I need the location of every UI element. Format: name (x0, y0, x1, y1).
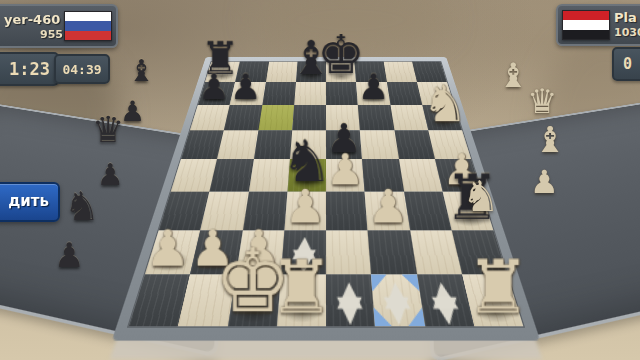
square-a5[interactable] (181, 130, 224, 159)
white-pawn-a2[interactable]: ♟ (146, 223, 191, 273)
square-c7[interactable] (262, 82, 296, 105)
white-pawn-e4[interactable]: ♟ (326, 148, 364, 191)
clock-right: 0 (612, 47, 640, 81)
white-pawn-f3[interactable]: ♟ (368, 183, 409, 229)
square-d3[interactable]: ♟ (284, 192, 326, 230)
square-d6[interactable] (292, 105, 326, 130)
square-e4[interactable]: ♟ (326, 159, 365, 192)
captured-white-knight: ♞ (462, 176, 500, 218)
captured-white-queen: ♛ (527, 84, 557, 118)
captured-black-knight: ♞ (64, 186, 100, 226)
white-rook-h1[interactable]: ♜ (465, 251, 531, 324)
square-d1[interactable]: ♜ (277, 274, 326, 326)
white-rook-d1[interactable]: ♜ (269, 251, 335, 324)
square-b7[interactable]: ♟ (230, 82, 266, 105)
clock-left-move: 04:39 (54, 54, 110, 84)
square-e3[interactable] (326, 192, 368, 230)
square-b6[interactable] (224, 105, 262, 130)
flag-yemen-icon (562, 10, 610, 40)
player-panel-left: yer-460 955 (0, 4, 118, 48)
captured-black-pawn: ♟ (54, 238, 84, 272)
player-name-right: Pla (614, 10, 637, 25)
captured-black-pawn: ♟ (97, 160, 124, 190)
square-d7[interactable] (294, 82, 326, 105)
black-pawn-a7[interactable]: ♟ (198, 69, 230, 104)
move-hint-star-icon[interactable] (334, 282, 367, 317)
player-panel-right: Pla 1030 (556, 4, 640, 46)
player-name-left: yer-460 (4, 12, 60, 27)
square-b5[interactable] (217, 130, 258, 159)
captured-white-bishop: ♝ (534, 122, 566, 158)
square-f1[interactable] (371, 274, 424, 326)
black-pawn-b7[interactable]: ♟ (230, 69, 262, 104)
captured-black-queen: ♛ (92, 112, 124, 148)
captured-white-pawn: ♟ (530, 166, 559, 198)
square-f3[interactable]: ♟ (365, 192, 410, 230)
square-e8[interactable]: ♚ (326, 62, 356, 82)
square-f5[interactable] (360, 130, 399, 159)
square-f6[interactable] (358, 105, 394, 130)
black-pawn-f7[interactable]: ♟ (358, 69, 390, 104)
flag-russia-icon (64, 11, 112, 41)
move-hint-star-icon[interactable] (426, 282, 464, 317)
captured-black-bishop: ♝ (128, 56, 155, 86)
hover-square-corners (371, 274, 424, 326)
square-h6[interactable]: ♞ (422, 105, 462, 130)
square-e7[interactable] (326, 82, 358, 105)
square-h1[interactable]: ♜ (462, 274, 524, 326)
captured-white-bishop: ♝ (498, 58, 528, 92)
player-rating-left: 955 (40, 28, 63, 41)
square-b4[interactable] (210, 159, 254, 192)
player-rating-right: 1030 (614, 26, 640, 39)
white-knight-h6[interactable]: ♞ (422, 79, 467, 130)
white-pawn-d3[interactable]: ♟ (285, 183, 326, 229)
square-f7[interactable]: ♟ (356, 82, 390, 105)
game-screen: ♝♟♛♟♞♟♝♛♝♟♞ ♜♝♚♟♟♟♞♟♞♟♟♟♟♜♟♟♟♚♜♜ yer-460… (0, 0, 640, 360)
square-f2[interactable] (368, 230, 417, 274)
square-g5[interactable] (394, 130, 435, 159)
action-button-label: дить (8, 192, 49, 210)
action-button[interactable]: дить (0, 182, 60, 222)
square-c6[interactable] (258, 105, 294, 130)
clock-left-main: 1:23 (0, 52, 59, 86)
